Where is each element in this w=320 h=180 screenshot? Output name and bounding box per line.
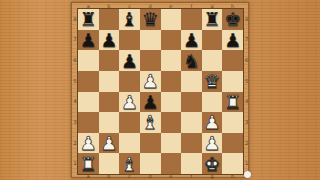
file-label: e	[161, 174, 182, 179]
rank-label: 7	[243, 30, 250, 51]
file-label: a	[78, 174, 99, 179]
piece-black-king[interactable]: ♚	[224, 9, 241, 29]
square-g1[interactable]: ♚	[202, 153, 223, 174]
square-f2[interactable]	[181, 133, 202, 154]
square-h8[interactable]: ♚	[222, 9, 243, 30]
rank-label: 5	[243, 71, 250, 92]
piece-white-pawn[interactable]: ♟	[100, 133, 117, 153]
square-a5[interactable]	[78, 71, 99, 92]
square-f8[interactable]	[181, 9, 202, 30]
square-c3[interactable]	[119, 112, 140, 133]
square-h6[interactable]	[222, 50, 243, 71]
square-a7[interactable]: ♟	[78, 30, 99, 51]
square-a3[interactable]	[78, 112, 99, 133]
file-label: f	[181, 174, 202, 179]
square-g2[interactable]: ♟	[202, 133, 223, 154]
square-a6[interactable]	[78, 50, 99, 71]
piece-white-king[interactable]: ♚	[204, 154, 221, 174]
piece-black-pawn[interactable]: ♟	[100, 30, 117, 50]
piece-white-pawn[interactable]: ♟	[80, 133, 97, 153]
file-label: c	[119, 174, 140, 179]
square-a1[interactable]: ♜	[78, 153, 99, 174]
piece-black-pawn[interactable]: ♟	[142, 92, 159, 112]
rank-labels-right: 87654321	[243, 9, 250, 174]
rank-label: 8	[243, 9, 250, 30]
piece-black-rook[interactable]: ♜	[204, 9, 221, 29]
square-b6[interactable]	[99, 50, 120, 71]
chess-board: abcdefgh abcdefgh 87654321 87654321 ♜♝♛♜…	[71, 2, 249, 178]
piece-black-rook[interactable]: ♜	[80, 9, 97, 29]
square-e2[interactable]	[161, 133, 182, 154]
piece-black-knight[interactable]: ♞	[183, 51, 200, 71]
turn-indicator-white	[244, 171, 251, 178]
square-d5[interactable]: ♟	[140, 71, 161, 92]
square-h3[interactable]	[222, 112, 243, 133]
square-f3[interactable]	[181, 112, 202, 133]
rank-label: 6	[243, 50, 250, 71]
square-g5[interactable]: ♛	[202, 71, 223, 92]
square-e1[interactable]	[161, 153, 182, 174]
square-d3[interactable]: ♝	[140, 112, 161, 133]
square-e6[interactable]	[161, 50, 182, 71]
square-b3[interactable]	[99, 112, 120, 133]
square-b2[interactable]: ♟	[99, 133, 120, 154]
piece-black-bishop[interactable]: ♝	[121, 9, 138, 29]
rank-label: 2	[243, 133, 250, 154]
piece-white-bishop[interactable]: ♝	[121, 154, 138, 174]
square-e7[interactable]	[161, 30, 182, 51]
piece-black-pawn[interactable]: ♟	[121, 51, 138, 71]
piece-black-pawn[interactable]: ♟	[224, 30, 241, 50]
square-g7[interactable]	[202, 30, 223, 51]
board-grid: ♜♝♛♜♚♟♟♟♟♟♞♟♛♟♟♜♝♟♟♟♟♜♝♚	[78, 9, 243, 174]
square-d7[interactable]	[140, 30, 161, 51]
square-b4[interactable]	[99, 92, 120, 113]
piece-white-pawn[interactable]: ♟	[204, 112, 221, 132]
file-label: d	[140, 174, 161, 179]
square-a4[interactable]	[78, 92, 99, 113]
square-h2[interactable]	[222, 133, 243, 154]
square-h7[interactable]: ♟	[222, 30, 243, 51]
rank-label: 3	[243, 112, 250, 133]
square-g6[interactable]	[202, 50, 223, 71]
square-b5[interactable]	[99, 71, 120, 92]
file-label: b	[99, 174, 120, 179]
piece-white-rook[interactable]: ♜	[80, 154, 97, 174]
square-c5[interactable]	[119, 71, 140, 92]
piece-white-rook[interactable]: ♜	[224, 92, 241, 112]
square-a8[interactable]: ♜	[78, 9, 99, 30]
square-c7[interactable]	[119, 30, 140, 51]
square-e5[interactable]	[161, 71, 182, 92]
piece-black-queen[interactable]: ♛	[142, 9, 159, 29]
square-d6[interactable]	[140, 50, 161, 71]
piece-black-pawn[interactable]: ♟	[183, 30, 200, 50]
square-f1[interactable]	[181, 153, 202, 174]
file-labels-bottom: abcdefgh	[78, 174, 243, 179]
square-f6[interactable]: ♞	[181, 50, 202, 71]
rank-label: 4	[243, 92, 250, 113]
square-e4[interactable]	[161, 92, 182, 113]
file-label: h	[222, 174, 243, 179]
square-c1[interactable]: ♝	[119, 153, 140, 174]
square-h1[interactable]	[222, 153, 243, 174]
square-b7[interactable]: ♟	[99, 30, 120, 51]
piece-white-queen[interactable]: ♛	[204, 71, 221, 91]
file-label: g	[202, 174, 223, 179]
square-f7[interactable]: ♟	[181, 30, 202, 51]
square-e3[interactable]	[161, 112, 182, 133]
square-d4[interactable]: ♟	[140, 92, 161, 113]
square-c6[interactable]: ♟	[119, 50, 140, 71]
piece-black-pawn[interactable]: ♟	[80, 30, 97, 50]
piece-white-bishop[interactable]: ♝	[142, 112, 159, 132]
square-g8[interactable]: ♜	[202, 9, 223, 30]
square-e8[interactable]	[161, 9, 182, 30]
square-f5[interactable]	[181, 71, 202, 92]
piece-white-pawn[interactable]: ♟	[142, 71, 159, 91]
square-c2[interactable]	[119, 133, 140, 154]
square-c4[interactable]: ♟	[119, 92, 140, 113]
square-c8[interactable]: ♝	[119, 9, 140, 30]
square-a2[interactable]: ♟	[78, 133, 99, 154]
square-g4[interactable]	[202, 92, 223, 113]
piece-white-pawn[interactable]: ♟	[204, 133, 221, 153]
square-h4[interactable]: ♜	[222, 92, 243, 113]
square-b8[interactable]	[99, 9, 120, 30]
square-g3[interactable]: ♟	[202, 112, 223, 133]
square-d8[interactable]: ♛	[140, 9, 161, 30]
square-h5[interactable]	[222, 71, 243, 92]
square-d2[interactable]	[140, 133, 161, 154]
piece-white-pawn[interactable]: ♟	[121, 92, 138, 112]
square-b1[interactable]	[99, 153, 120, 174]
square-d1[interactable]	[140, 153, 161, 174]
square-f4[interactable]	[181, 92, 202, 113]
